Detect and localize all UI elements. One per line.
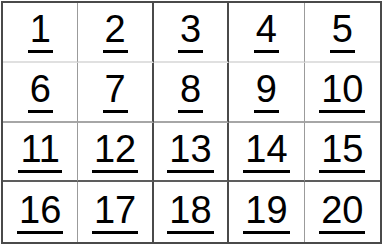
grid-cell: 16 [3,182,78,242]
number-label: 7 [103,70,128,113]
number-label: 5 [330,10,355,53]
number-label: 11 [18,130,61,173]
number-label: 8 [178,70,203,113]
grid-cell: 7 [78,63,153,123]
number-label: 16 [17,191,63,234]
grid-cell: 19 [229,182,304,242]
number-label: 13 [167,130,213,173]
number-label: 15 [319,130,365,173]
number-label: 10 [319,70,365,113]
grid-cell: 11 [3,123,78,183]
grid-cell: 20 [305,182,380,242]
number-label: 12 [92,130,138,173]
grid-cell: 2 [78,3,153,63]
grid-cell: 14 [229,123,304,183]
number-label: 14 [243,130,289,173]
grid-cell: 8 [154,63,229,123]
number-label: 4 [254,10,279,53]
number-label: 2 [103,10,128,53]
grid-cell: 9 [229,63,304,123]
number-chart-table: 1234567891011121314151617181920 [1,1,382,244]
number-label: 17 [92,191,138,234]
number-label: 9 [254,70,279,113]
grid-cell: 12 [78,123,153,183]
number-label: 6 [28,70,53,113]
number-label: 18 [167,191,213,234]
grid-cell: 6 [3,63,78,123]
grid-cell: 5 [305,3,380,63]
grid-cell: 3 [154,3,229,63]
number-label: 3 [178,10,203,53]
grid-cell: 17 [78,182,153,242]
grid-cell: 4 [229,3,304,63]
number-label: 1 [28,10,53,53]
grid-cell: 10 [305,63,380,123]
grid-cell: 13 [154,123,229,183]
grid-cell: 1 [3,3,78,63]
page-background: 1234567891011121314151617181920 [0,0,385,247]
grid-cell: 18 [154,182,229,242]
number-label: 20 [319,191,365,234]
number-label: 19 [243,191,289,234]
grid-cell: 15 [305,123,380,183]
